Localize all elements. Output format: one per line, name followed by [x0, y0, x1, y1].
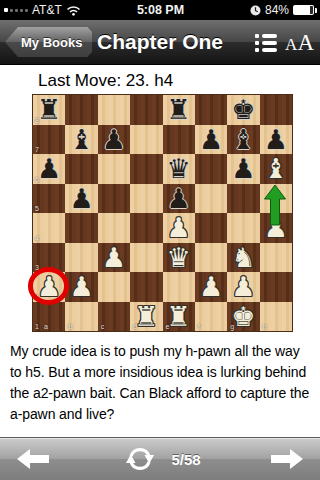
square-e4: ♟: [163, 213, 195, 243]
piece-wp-h4: ♟: [264, 214, 288, 241]
piece-wb-h6: ♝: [264, 155, 288, 182]
square-h4: ♟: [260, 213, 292, 243]
piece-bk-g8: ♚: [231, 96, 255, 123]
square-b3: [65, 243, 97, 273]
piece-wp-f2: ♟: [199, 273, 223, 300]
square-a3: 3: [33, 243, 65, 273]
status-bar: AT&T 5:08 PM 84%: [0, 0, 320, 20]
rank-label-3: 3: [35, 264, 39, 271]
square-g2: ♟: [227, 272, 259, 302]
square-e3: ♛: [163, 243, 195, 273]
square-f1: f: [195, 302, 227, 332]
app-screen: AT&T 5:08 PM 84% My Books Chapter One: [0, 0, 320, 480]
toolbar-center: 5/58: [125, 444, 200, 474]
square-g8: ♚: [227, 95, 259, 125]
signal-icon: [4, 8, 28, 12]
reader-content: Last Move: 23. h4 ♜8♜♚7♝♟♟♝♟♟6♛♟♝5♟♟4♟♟3…: [0, 64, 320, 425]
flip-board-button[interactable]: [125, 444, 155, 474]
square-f4: [195, 213, 227, 243]
refresh-icon: [125, 444, 155, 474]
file-label-h: h: [263, 323, 267, 330]
square-h8: [260, 95, 292, 125]
square-b7: ♝: [65, 125, 97, 155]
piece-wr-e1: ♜: [167, 303, 191, 330]
nav-actions: AA: [255, 28, 314, 58]
file-label-f: f: [198, 323, 200, 330]
piece-wp-b2: ♟: [69, 273, 93, 300]
rank-label-7: 7: [35, 146, 39, 153]
piece-bb-g7: ♝: [231, 126, 255, 153]
piece-bp-e5: ♟: [167, 185, 191, 212]
page-indicator: 5/58: [171, 451, 200, 468]
piece-wp-a2: ♟: [37, 273, 61, 300]
square-e8: ♜: [163, 95, 195, 125]
back-button[interactable]: My Books: [5, 27, 92, 57]
file-label-g: g: [230, 323, 234, 330]
rank-label-8: 8: [35, 117, 39, 124]
square-b2: ♟: [65, 272, 97, 302]
status-left: AT&T: [0, 3, 108, 17]
back-arrow-icon: [16, 448, 50, 470]
piece-wp-g2: ♟: [231, 273, 255, 300]
square-c7: ♟: [98, 125, 130, 155]
nav-bar: My Books Chapter One AA: [0, 20, 320, 65]
last-move-label: Last Move: 23. h4: [38, 71, 320, 91]
square-c5: [98, 184, 130, 214]
square-c6: [98, 154, 130, 184]
square-e1: ♜e: [163, 302, 195, 332]
piece-wq-e3: ♛: [167, 244, 191, 271]
square-g4: [227, 213, 259, 243]
piece-bq-e6: ♛: [167, 155, 191, 182]
square-b6: [65, 154, 97, 184]
square-h1: h: [260, 302, 292, 332]
square-d1: ♜d: [130, 302, 162, 332]
board-area: ♜8♜♚7♝♟♟♝♟♟6♛♟♝5♟♟4♟♟3♟♛♞♟2♟♟♟1abc♜d♜ef♚…: [32, 94, 293, 332]
carrier-label: AT&T: [32, 3, 62, 17]
rank-label-2: 2: [35, 294, 39, 301]
square-f5: [195, 184, 227, 214]
square-c2: [98, 272, 130, 302]
status-right: 84%: [213, 3, 320, 17]
square-f7: ♟: [195, 125, 227, 155]
contents-icon[interactable]: [255, 34, 277, 52]
square-g3: ♞: [227, 243, 259, 273]
square-d2: [130, 272, 162, 302]
square-b5: ♟: [65, 184, 97, 214]
square-b1: b: [65, 302, 97, 332]
commentary-text: My crude idea is to push my h-pawn all t…: [10, 341, 310, 425]
piece-bp-a6: ♟: [37, 155, 61, 182]
file-label-e: e: [166, 323, 170, 330]
battery-icon: [293, 5, 317, 15]
piece-wp-e4: ♟: [167, 214, 191, 241]
square-a4: 4: [33, 213, 65, 243]
back-button-label: My Books: [21, 35, 82, 50]
square-b8: [65, 95, 97, 125]
square-d7: [130, 125, 162, 155]
square-g6: ♟: [227, 154, 259, 184]
square-a8: ♜8: [33, 95, 65, 125]
time-label: 5:08 PM: [108, 3, 213, 17]
square-a6: ♟6: [33, 154, 65, 184]
piece-wr-d1: ♜: [134, 303, 158, 330]
square-e2: [163, 272, 195, 302]
square-h5: [260, 184, 292, 214]
square-d8: [130, 95, 162, 125]
font-size-large-a: A: [297, 30, 314, 56]
chess-board: ♜8♜♚7♝♟♟♝♟♟6♛♟♝5♟♟4♟♟3♟♛♞♟2♟♟♟1abc♜d♜ef♚…: [32, 94, 293, 332]
square-a1: 1a: [33, 302, 65, 332]
piece-br-a8: ♜: [37, 96, 61, 123]
piece-br-e8: ♜: [167, 96, 191, 123]
rank-label-4: 4: [35, 235, 39, 242]
prev-page-button[interactable]: [16, 448, 50, 470]
piece-bb-b7: ♝: [69, 126, 93, 153]
square-e6: ♛: [163, 154, 195, 184]
rank-label-1: 1: [35, 323, 39, 330]
square-c8: [98, 95, 130, 125]
square-f2: ♟: [195, 272, 227, 302]
piece-bp-f7: ♟: [199, 126, 223, 153]
piece-wp-c3: ♟: [102, 244, 126, 271]
square-a2: ♟2: [33, 272, 65, 302]
battery-percent: 84%: [265, 3, 289, 17]
square-g7: ♝: [227, 125, 259, 155]
square-a5: 5: [33, 184, 65, 214]
square-g5: [227, 184, 259, 214]
piece-bp-c7: ♟: [102, 126, 126, 153]
square-e7: [163, 125, 195, 155]
square-h2: [260, 272, 292, 302]
square-d5: [130, 184, 162, 214]
square-f3: [195, 243, 227, 273]
file-label-d: d: [133, 323, 137, 330]
file-label-c: c: [101, 323, 105, 330]
square-f8: [195, 95, 227, 125]
piece-bp-b5: ♟: [69, 185, 93, 212]
square-b4: [65, 213, 97, 243]
square-a7: 7: [33, 125, 65, 155]
forward-arrow-icon: [270, 448, 304, 470]
piece-wn-g3: ♞: [231, 244, 255, 271]
square-h6: ♝: [260, 154, 292, 184]
wifi-icon: [66, 5, 81, 16]
square-f6: [195, 154, 227, 184]
rank-label-6: 6: [35, 176, 39, 183]
piece-bp-g6: ♟: [231, 155, 255, 182]
rank-label-5: 5: [35, 205, 39, 212]
square-e5: ♟: [163, 184, 195, 214]
piece-bp-h7: ♟: [264, 126, 288, 153]
square-c1: c: [98, 302, 130, 332]
square-d6: [130, 154, 162, 184]
bottom-toolbar: 5/58: [0, 437, 320, 480]
square-g1: ♚g: [227, 302, 259, 332]
font-size-button[interactable]: AA: [285, 30, 314, 56]
clock-icon: [250, 5, 261, 16]
file-label-a: a: [44, 323, 48, 330]
square-c3: ♟: [98, 243, 130, 273]
square-d4: [130, 213, 162, 243]
piece-wk-g1: ♚: [231, 303, 255, 330]
square-c4: [98, 213, 130, 243]
square-d3: [130, 243, 162, 273]
font-size-small-a: A: [285, 35, 297, 55]
file-label-b: b: [68, 323, 72, 330]
square-h7: ♟: [260, 125, 292, 155]
square-h3: [260, 243, 292, 273]
next-page-button[interactable]: [270, 448, 304, 470]
